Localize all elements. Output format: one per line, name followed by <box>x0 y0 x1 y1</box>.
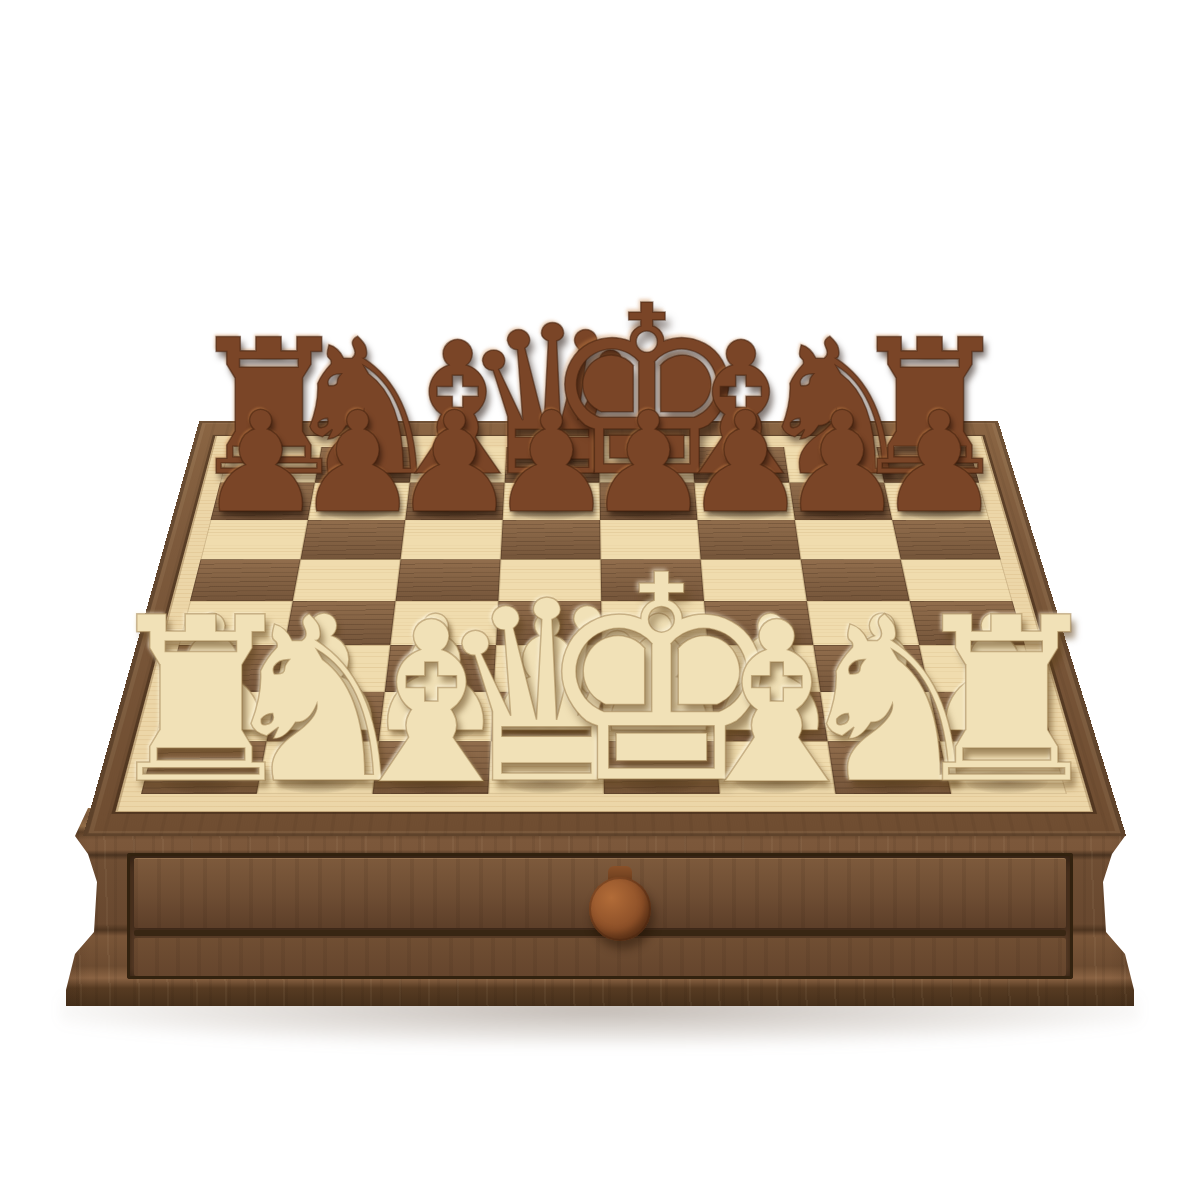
drawer-bottom-rail <box>134 938 1066 976</box>
drawer-knob[interactable] <box>589 877 651 941</box>
chess-set-photo: ♜♞♝♛♚♝♞♜♟♟♟♟♟♟♟♟♟♟♟♟♟♟♟♟♜♞♝♛♚♝♞♜ <box>0 0 1200 1200</box>
piece-black-pawn-h7[interactable]: ♟ <box>877 393 1002 532</box>
piece-white-rook-h1[interactable]: ♜ <box>905 588 1109 816</box>
